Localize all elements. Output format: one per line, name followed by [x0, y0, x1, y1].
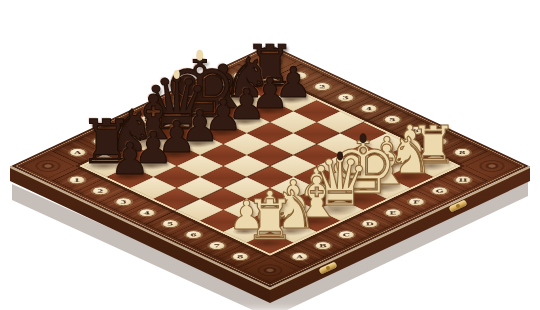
- chess-piece-glyph: ♟: [90, 137, 170, 181]
- chess-set-photo: 11AA22BB33CC44DD55EE66FF77GG88HH ♜♟♟♜♞♟♟…: [0, 0, 540, 310]
- finial-detail: [173, 70, 180, 80]
- finial-detail: [337, 152, 343, 161]
- pieces-layer: ♜♟♟♜♞♟♟♞♝♟♟♝♚♟♟♚♛♟♟♛♝♟♟♝♞♟♟♞♜♟♟♜: [0, 0, 540, 310]
- piece-black-pawn-a7: ♟: [90, 137, 170, 181]
- finial-detail: [360, 133, 367, 143]
- piece-white-rook-a1: ♜: [230, 193, 310, 248]
- chess-piece-glyph: ♜: [230, 193, 310, 248]
